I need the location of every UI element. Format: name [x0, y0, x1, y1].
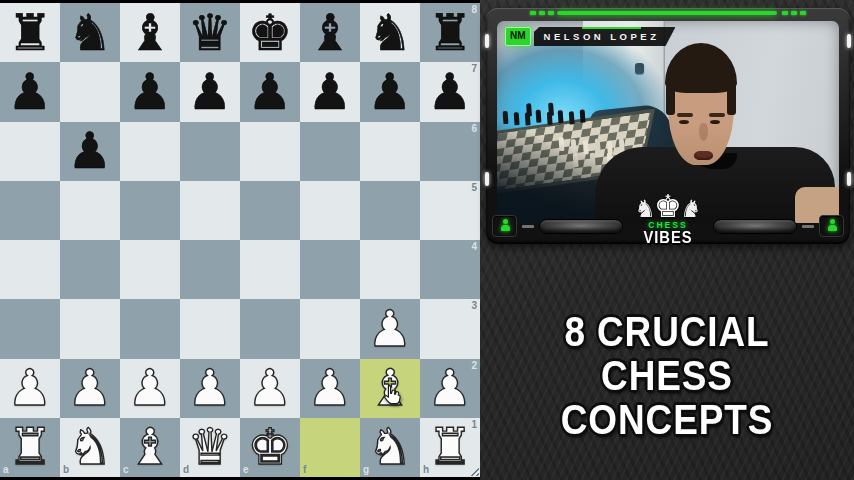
square-h6[interactable]: 6 — [420, 122, 480, 181]
presenter-head — [665, 43, 737, 165]
white-bishop[interactable]: ♝ — [128, 422, 173, 472]
black-pawn[interactable]: ♟ — [428, 67, 473, 117]
square-f5[interactable] — [300, 181, 360, 240]
square-g4[interactable] — [360, 240, 420, 299]
square-a6[interactable] — [0, 122, 60, 181]
square-a8[interactable]: ♜ — [0, 3, 60, 62]
square-h5[interactable]: 5 — [420, 181, 480, 240]
square-f6[interactable] — [300, 122, 360, 181]
king-icon: ♚ — [654, 192, 682, 221]
square-c2[interactable]: ♟ — [120, 359, 180, 418]
logo-text-vibes: VIBES — [626, 230, 711, 245]
square-a3[interactable] — [0, 299, 60, 358]
title-line-1: 8 CRUCIAL — [502, 310, 831, 354]
square-f7[interactable]: ♟ — [300, 62, 360, 121]
square-a1[interactable]: ♜a — [0, 418, 60, 477]
square-b7[interactable] — [60, 62, 120, 121]
hand-cursor — [380, 382, 405, 407]
square-g2[interactable]: ♝ — [360, 359, 420, 418]
black-pawn[interactable]: ♟ — [188, 67, 233, 117]
square-h3[interactable]: 3 — [420, 299, 480, 358]
rank-label-5: 5 — [471, 183, 477, 193]
black-king[interactable]: ♚ — [248, 8, 293, 58]
square-d6[interactable] — [180, 122, 240, 181]
square-d7[interactable]: ♟ — [180, 62, 240, 121]
file-label-a: a — [3, 465, 9, 475]
square-f8[interactable]: ♝ — [300, 3, 360, 62]
square-c4[interactable] — [120, 240, 180, 299]
chess-board[interactable]: ♜♞♝♛♚♝♞♜8♟♟♟♟♟♟♟7♟654♟3♟♟♟♟♟♟♝♟2♜a♞b♝c♛d… — [0, 3, 480, 477]
accent-dashes-left — [530, 11, 554, 15]
rank-label-3: 3 — [471, 301, 477, 311]
square-e4[interactable] — [240, 240, 300, 299]
file-label-e: e — [243, 465, 249, 475]
white-queen[interactable]: ♛ — [188, 422, 233, 472]
square-a2[interactable]: ♟ — [0, 359, 60, 418]
square-g5[interactable] — [360, 181, 420, 240]
square-b6[interactable]: ♟ — [60, 122, 120, 181]
accent-dashes-right — [782, 11, 806, 15]
rank-label-6: 6 — [471, 124, 477, 134]
black-pawn[interactable]: ♟ — [128, 67, 173, 117]
square-f4[interactable] — [300, 240, 360, 299]
side-panel: NM NELSON LOPEZ ♞ ♚ — [480, 0, 854, 480]
white-pawn[interactable]: ♟ — [188, 363, 233, 413]
frame-accent-bar — [557, 11, 777, 15]
black-pawn[interactable]: ♟ — [8, 67, 53, 117]
square-f2[interactable]: ♟ — [300, 359, 360, 418]
left-slot — [539, 219, 623, 234]
right-slot — [713, 219, 797, 234]
black-bishop[interactable]: ♝ — [308, 8, 353, 58]
knight-icon: ♞ — [635, 197, 657, 221]
white-pawn[interactable]: ♟ — [248, 363, 293, 413]
white-pawn[interactable]: ♟ — [308, 363, 353, 413]
square-f1[interactable]: f — [300, 418, 360, 477]
square-c1[interactable]: ♝c — [120, 418, 180, 477]
square-h4[interactable]: 4 — [420, 240, 480, 299]
square-g6[interactable] — [360, 122, 420, 181]
knight-icon: ♞ — [680, 197, 702, 221]
square-c6[interactable] — [120, 122, 180, 181]
rank-label-7: 7 — [471, 64, 477, 74]
file-label-b: b — [63, 465, 69, 475]
black-queen[interactable]: ♛ — [188, 8, 233, 58]
file-label-c: c — [123, 465, 129, 475]
board-panel: ♜♞♝♛♚♝♞♜8♟♟♟♟♟♟♟7♟654♟3♟♟♟♟♟♟♝♟2♜a♞b♝c♛d… — [0, 0, 480, 480]
square-h7[interactable]: ♟7 — [420, 62, 480, 121]
right-pod — [819, 215, 844, 237]
square-b5[interactable] — [60, 181, 120, 240]
square-e7[interactable]: ♟ — [240, 62, 300, 121]
user-icon — [828, 222, 836, 230]
square-a7[interactable]: ♟ — [0, 62, 60, 121]
white-pawn[interactable]: ♟ — [128, 363, 173, 413]
frame-notch — [485, 34, 489, 48]
square-h1[interactable]: ♜1h — [420, 418, 480, 477]
square-e2[interactable]: ♟ — [240, 359, 300, 418]
square-d8[interactable]: ♛ — [180, 3, 240, 62]
rank-label-8: 8 — [471, 5, 477, 15]
webcam-frame: NM NELSON LOPEZ ♞ ♚ — [486, 8, 850, 244]
square-g1[interactable]: ♞g — [360, 418, 420, 477]
square-c3[interactable] — [120, 299, 180, 358]
file-label-f: f — [303, 465, 306, 475]
left-pod — [492, 215, 517, 237]
white-king[interactable]: ♚ — [248, 422, 293, 472]
black-pawn[interactable]: ♟ — [248, 67, 293, 117]
chess-vibes-logo: ♞ ♚ ♞ CHESS VIBES — [622, 185, 714, 245]
frame-notch — [485, 172, 489, 186]
black-pawn[interactable]: ♟ — [368, 67, 413, 117]
square-a5[interactable] — [0, 181, 60, 240]
user-icon — [501, 222, 509, 230]
square-g7[interactable]: ♟ — [360, 62, 420, 121]
black-pawn[interactable]: ♟ — [308, 67, 353, 117]
black-knight[interactable]: ♞ — [368, 8, 413, 58]
name-badge: NM NELSON LOPEZ — [505, 27, 675, 46]
rating-badge: NM — [505, 27, 531, 46]
black-bishop[interactable]: ♝ — [128, 8, 173, 58]
black-knight[interactable]: ♞ — [68, 8, 113, 58]
square-d3[interactable] — [180, 299, 240, 358]
square-c5[interactable] — [120, 181, 180, 240]
white-pawn[interactable]: ♟ — [368, 304, 413, 354]
video-title: 8 CRUCIAL CHESS CONCEPTS — [480, 310, 854, 442]
file-label-d: d — [183, 465, 189, 475]
square-e8[interactable]: ♚ — [240, 3, 300, 62]
square-g3[interactable]: ♟ — [360, 299, 420, 358]
video-frame: ♜♞♝♛♚♝♞♜8♟♟♟♟♟♟♟7♟654♟3♟♟♟♟♟♟♝♟2♜a♞b♝c♛d… — [0, 0, 854, 480]
square-e3[interactable] — [240, 299, 300, 358]
file-label-h: h — [423, 465, 429, 475]
square-e5[interactable] — [240, 181, 300, 240]
square-b3[interactable] — [60, 299, 120, 358]
square-d2[interactable]: ♟ — [180, 359, 240, 418]
square-b4[interactable] — [60, 240, 120, 299]
square-a4[interactable] — [0, 240, 60, 299]
square-d4[interactable] — [180, 240, 240, 299]
black-rook[interactable]: ♜ — [8, 8, 53, 58]
white-rook[interactable]: ♜ — [428, 422, 473, 472]
white-pawn[interactable]: ♟ — [8, 363, 53, 413]
white-knight[interactable]: ♞ — [368, 422, 413, 472]
rank-label-4: 4 — [471, 242, 477, 252]
white-rook[interactable]: ♜ — [8, 422, 53, 472]
player-name: NELSON LOPEZ — [534, 27, 676, 46]
square-d1[interactable]: ♛d — [180, 418, 240, 477]
square-e6[interactable] — [240, 122, 300, 181]
square-b8[interactable]: ♞ — [60, 3, 120, 62]
rank-label-2: 2 — [471, 361, 477, 371]
frame-notch — [847, 172, 851, 186]
square-b2[interactable]: ♟ — [60, 359, 120, 418]
frame-notch — [847, 34, 851, 48]
square-h8[interactable]: ♜8 — [420, 3, 480, 62]
square-f3[interactable] — [300, 299, 360, 358]
square-b1[interactable]: ♞b — [60, 418, 120, 477]
title-line-2: CHESS CONCEPTS — [502, 354, 831, 442]
square-c8[interactable]: ♝ — [120, 3, 180, 62]
square-c7[interactable]: ♟ — [120, 62, 180, 121]
square-d5[interactable] — [180, 181, 240, 240]
logo-crest: ♞ ♚ ♞ — [622, 185, 714, 221]
black-rook[interactable]: ♜ — [428, 8, 473, 58]
white-knight[interactable]: ♞ — [68, 422, 113, 472]
white-pawn[interactable]: ♟ — [68, 363, 113, 413]
file-label-g: g — [363, 465, 369, 475]
white-pawn[interactable]: ♟ — [428, 363, 473, 413]
square-e1[interactable]: ♚e — [240, 418, 300, 477]
black-pawn[interactable]: ♟ — [68, 126, 113, 176]
square-h2[interactable]: ♟2 — [420, 359, 480, 418]
square-g8[interactable]: ♞ — [360, 3, 420, 62]
rank-label-1: 1 — [471, 420, 477, 430]
